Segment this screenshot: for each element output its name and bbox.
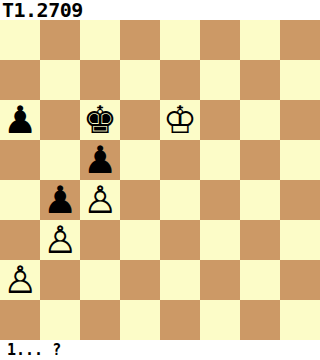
- square-d5[interactable]: [120, 140, 160, 180]
- square-h6[interactable]: [280, 100, 320, 140]
- white-pawn: ♙: [3, 260, 37, 300]
- white-king: ♔: [163, 100, 197, 140]
- square-a1[interactable]: [0, 300, 40, 340]
- chess-diagram: T1.2709 ♟♚♔♟♟♙♙♙ 1... ?: [0, 0, 320, 360]
- square-f8[interactable]: [200, 20, 240, 60]
- square-b3[interactable]: ♙: [40, 220, 80, 260]
- diagram-title: T1.2709: [0, 0, 320, 20]
- square-b4[interactable]: ♟: [40, 180, 80, 220]
- square-c6[interactable]: ♚: [80, 100, 120, 140]
- square-f5[interactable]: [200, 140, 240, 180]
- square-g7[interactable]: [240, 60, 280, 100]
- square-a2[interactable]: ♙: [0, 260, 40, 300]
- square-g4[interactable]: [240, 180, 280, 220]
- square-a8[interactable]: [0, 20, 40, 60]
- square-h1[interactable]: [280, 300, 320, 340]
- square-h7[interactable]: [280, 60, 320, 100]
- square-c3[interactable]: [80, 220, 120, 260]
- square-g6[interactable]: [240, 100, 280, 140]
- square-c8[interactable]: [80, 20, 120, 60]
- square-d1[interactable]: [120, 300, 160, 340]
- square-b7[interactable]: [40, 60, 80, 100]
- square-g1[interactable]: [240, 300, 280, 340]
- square-a3[interactable]: [0, 220, 40, 260]
- square-c7[interactable]: [80, 60, 120, 100]
- square-e4[interactable]: [160, 180, 200, 220]
- black-king: ♚: [83, 100, 117, 140]
- square-f2[interactable]: [200, 260, 240, 300]
- move-prompt: 1... ?: [0, 340, 320, 360]
- square-e5[interactable]: [160, 140, 200, 180]
- square-a4[interactable]: [0, 180, 40, 220]
- square-b2[interactable]: [40, 260, 80, 300]
- square-g3[interactable]: [240, 220, 280, 260]
- square-g5[interactable]: [240, 140, 280, 180]
- square-e6[interactable]: ♔: [160, 100, 200, 140]
- chess-board: ♟♚♔♟♟♙♙♙: [0, 20, 320, 340]
- square-f6[interactable]: [200, 100, 240, 140]
- square-h2[interactable]: [280, 260, 320, 300]
- square-d8[interactable]: [120, 20, 160, 60]
- white-pawn: ♙: [43, 220, 77, 260]
- square-h5[interactable]: [280, 140, 320, 180]
- square-h4[interactable]: [280, 180, 320, 220]
- black-pawn: ♟: [3, 100, 37, 140]
- square-d2[interactable]: [120, 260, 160, 300]
- square-c2[interactable]: [80, 260, 120, 300]
- square-e2[interactable]: [160, 260, 200, 300]
- square-h3[interactable]: [280, 220, 320, 260]
- square-f4[interactable]: [200, 180, 240, 220]
- square-a6[interactable]: ♟: [0, 100, 40, 140]
- square-b8[interactable]: [40, 20, 80, 60]
- square-d3[interactable]: [120, 220, 160, 260]
- square-f7[interactable]: [200, 60, 240, 100]
- black-pawn: ♟: [83, 140, 117, 180]
- square-e1[interactable]: [160, 300, 200, 340]
- square-b1[interactable]: [40, 300, 80, 340]
- square-b5[interactable]: [40, 140, 80, 180]
- square-d6[interactable]: [120, 100, 160, 140]
- square-g8[interactable]: [240, 20, 280, 60]
- square-g2[interactable]: [240, 260, 280, 300]
- square-h8[interactable]: [280, 20, 320, 60]
- black-pawn: ♟: [43, 180, 77, 220]
- square-e7[interactable]: [160, 60, 200, 100]
- square-a7[interactable]: [0, 60, 40, 100]
- square-c1[interactable]: [80, 300, 120, 340]
- square-e3[interactable]: [160, 220, 200, 260]
- square-f3[interactable]: [200, 220, 240, 260]
- square-c4[interactable]: ♙: [80, 180, 120, 220]
- square-d4[interactable]: [120, 180, 160, 220]
- square-a5[interactable]: [0, 140, 40, 180]
- square-b6[interactable]: [40, 100, 80, 140]
- square-c5[interactable]: ♟: [80, 140, 120, 180]
- square-f1[interactable]: [200, 300, 240, 340]
- square-e8[interactable]: [160, 20, 200, 60]
- white-pawn: ♙: [83, 180, 117, 220]
- square-d7[interactable]: [120, 60, 160, 100]
